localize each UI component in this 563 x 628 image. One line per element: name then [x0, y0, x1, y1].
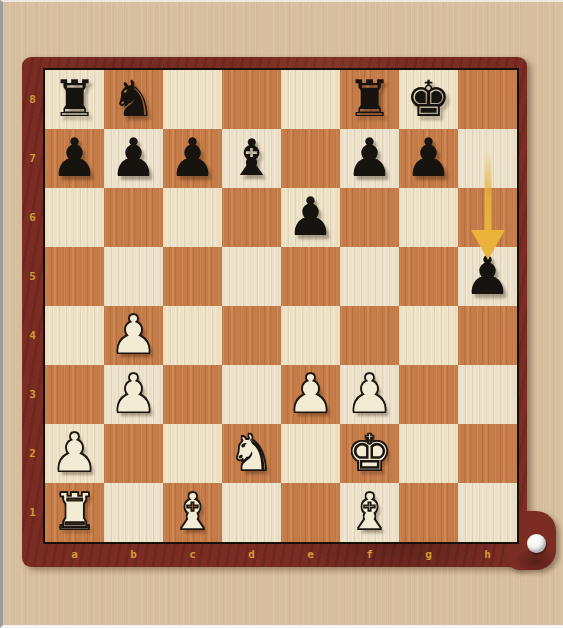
file-label-f: f [340, 545, 399, 566]
square-d5[interactable] [222, 247, 281, 306]
square-e6[interactable]: ♟ [281, 188, 340, 247]
square-c1[interactable]: ♝ [163, 483, 222, 542]
square-g3[interactable] [399, 365, 458, 424]
square-e7[interactable] [281, 129, 340, 188]
piece-white-bishop[interactable]: ♝ [347, 487, 392, 537]
square-c4[interactable] [163, 306, 222, 365]
piece-black-rook[interactable]: ♜ [52, 74, 97, 124]
square-b2[interactable] [104, 424, 163, 483]
square-e3[interactable]: ♟ [281, 365, 340, 424]
square-b6[interactable] [104, 188, 163, 247]
rank-labels: 87654321 [22, 70, 43, 542]
piece-black-pawn[interactable]: ♟ [287, 190, 335, 243]
square-f6[interactable] [340, 188, 399, 247]
square-d1[interactable] [222, 483, 281, 542]
piece-black-pawn[interactable]: ♟ [169, 131, 217, 184]
square-c8[interactable] [163, 70, 222, 129]
square-a5[interactable] [45, 247, 104, 306]
chess-board: ♜♞♜♚♟♟♟♝♟♟♟♟♟♟♟♟♟♞♚♜♝♝ [43, 68, 519, 544]
rank-label-4: 4 [22, 306, 43, 365]
square-d7[interactable]: ♝ [222, 129, 281, 188]
rank-label-2: 2 [22, 424, 43, 483]
file-label-e: e [281, 545, 340, 566]
square-a2[interactable]: ♟ [45, 424, 104, 483]
square-b5[interactable] [104, 247, 163, 306]
square-h3[interactable] [458, 365, 517, 424]
square-c7[interactable]: ♟ [163, 129, 222, 188]
piece-white-bishop[interactable]: ♝ [170, 487, 215, 537]
square-a1[interactable]: ♜ [45, 483, 104, 542]
piece-black-knight[interactable]: ♞ [111, 74, 156, 124]
square-d8[interactable] [222, 70, 281, 129]
rank-label-1: 1 [22, 483, 43, 542]
square-h1[interactable] [458, 483, 517, 542]
square-a4[interactable] [45, 306, 104, 365]
square-g1[interactable] [399, 483, 458, 542]
square-g7[interactable]: ♟ [399, 129, 458, 188]
square-f2[interactable]: ♚ [340, 424, 399, 483]
square-a3[interactable] [45, 365, 104, 424]
piece-white-rook[interactable]: ♜ [52, 487, 97, 537]
white-to-move-ball-indicator [527, 534, 546, 553]
square-g2[interactable] [399, 424, 458, 483]
square-e2[interactable] [281, 424, 340, 483]
square-e8[interactable] [281, 70, 340, 129]
square-g5[interactable] [399, 247, 458, 306]
piece-black-rook[interactable]: ♜ [347, 74, 392, 124]
square-f8[interactable]: ♜ [340, 70, 399, 129]
square-e4[interactable] [281, 306, 340, 365]
file-label-g: g [399, 545, 458, 566]
square-a7[interactable]: ♟ [45, 129, 104, 188]
file-label-a: a [45, 545, 104, 566]
piece-black-pawn[interactable]: ♟ [346, 131, 394, 184]
file-label-c: c [163, 545, 222, 566]
piece-white-pawn[interactable]: ♟ [110, 308, 158, 361]
square-c2[interactable] [163, 424, 222, 483]
piece-black-pawn[interactable]: ♟ [51, 131, 99, 184]
piece-white-pawn[interactable]: ♟ [110, 367, 158, 420]
piece-white-knight[interactable]: ♞ [229, 428, 274, 478]
square-b3[interactable]: ♟ [104, 365, 163, 424]
piece-white-pawn[interactable]: ♟ [287, 367, 335, 420]
square-f1[interactable]: ♝ [340, 483, 399, 542]
square-b4[interactable]: ♟ [104, 306, 163, 365]
square-e1[interactable] [281, 483, 340, 542]
file-label-h: h [458, 545, 517, 566]
square-f7[interactable]: ♟ [340, 129, 399, 188]
square-e5[interactable] [281, 247, 340, 306]
square-h8[interactable] [458, 70, 517, 129]
square-d4[interactable] [222, 306, 281, 365]
square-d2[interactable]: ♞ [222, 424, 281, 483]
square-a6[interactable] [45, 188, 104, 247]
square-g4[interactable] [399, 306, 458, 365]
rank-label-5: 5 [22, 247, 43, 306]
square-h2[interactable] [458, 424, 517, 483]
square-c3[interactable] [163, 365, 222, 424]
square-f4[interactable] [340, 306, 399, 365]
piece-white-pawn[interactable]: ♟ [51, 426, 99, 479]
file-labels: abcdefgh [45, 545, 517, 566]
square-b8[interactable]: ♞ [104, 70, 163, 129]
rank-label-8: 8 [22, 70, 43, 129]
square-g6[interactable] [399, 188, 458, 247]
square-a8[interactable]: ♜ [45, 70, 104, 129]
piece-black-pawn[interactable]: ♟ [110, 131, 158, 184]
chess-app-screenshot: 87654321 abcdefgh ♜♞♜♚♟♟♟♝♟♟♟♟♟♟♟♟♟♞♚♜♝♝ [0, 0, 563, 628]
piece-white-king[interactable]: ♚ [347, 428, 392, 478]
piece-black-bishop[interactable]: ♝ [229, 133, 274, 183]
square-h4[interactable] [458, 306, 517, 365]
file-label-d: d [222, 545, 281, 566]
piece-black-king[interactable]: ♚ [406, 74, 451, 124]
piece-white-pawn[interactable]: ♟ [346, 367, 394, 420]
piece-black-pawn[interactable]: ♟ [405, 131, 453, 184]
square-d3[interactable] [222, 365, 281, 424]
rank-label-6: 6 [22, 188, 43, 247]
square-f5[interactable] [340, 247, 399, 306]
last-move-arrow-icon [467, 145, 509, 267]
square-f3[interactable]: ♟ [340, 365, 399, 424]
square-b7[interactable]: ♟ [104, 129, 163, 188]
square-g8[interactable]: ♚ [399, 70, 458, 129]
square-d6[interactable] [222, 188, 281, 247]
square-c6[interactable] [163, 188, 222, 247]
square-c5[interactable] [163, 247, 222, 306]
rank-label-3: 3 [22, 365, 43, 424]
rank-label-7: 7 [22, 129, 43, 188]
square-b1[interactable] [104, 483, 163, 542]
file-label-b: b [104, 545, 163, 566]
